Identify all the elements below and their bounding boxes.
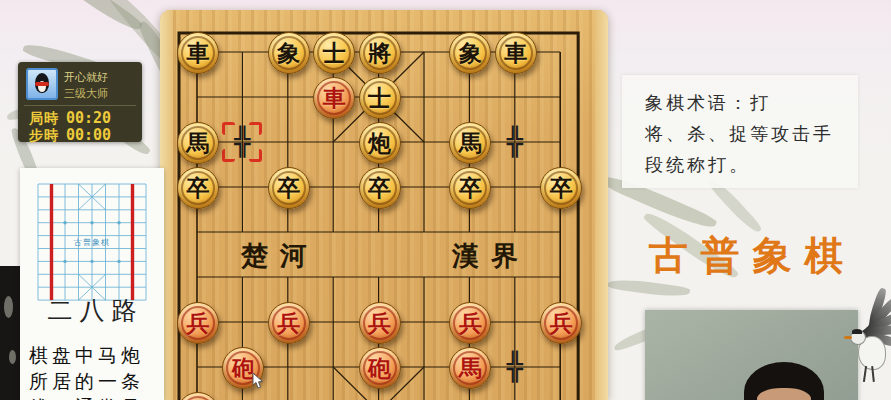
piece-black-卒[interactable]: 卒 bbox=[449, 167, 491, 209]
piece-black-車[interactable]: 車 bbox=[177, 32, 219, 74]
piece-red-兵[interactable]: 兵 bbox=[449, 302, 491, 344]
piece-black-卒[interactable]: 卒 bbox=[177, 167, 219, 209]
brand-title: 古普象棋 bbox=[630, 229, 862, 283]
piece-black-卒[interactable]: 卒 bbox=[268, 167, 310, 209]
piece-red-車[interactable]: 車 bbox=[313, 77, 355, 119]
mini-board-caption: 古普象棋 bbox=[73, 238, 110, 247]
lesson-body-line: 所居的一条 bbox=[29, 369, 159, 395]
piece-black-卒[interactable]: 卒 bbox=[359, 167, 401, 209]
piece-red-馬[interactable]: 馬 bbox=[449, 347, 491, 389]
piece-red-砲[interactable]: 砲 bbox=[359, 347, 401, 389]
terminology-line: 将、杀、捉等攻击手 bbox=[645, 119, 858, 150]
lesson-body-line: 棋盘中马炮 bbox=[29, 343, 159, 369]
piece-black-炮[interactable]: 炮 bbox=[359, 122, 401, 164]
lesson-card: 古普象棋 二八路 棋盘中马炮 所居的一条 线，通常是 bbox=[20, 168, 164, 400]
penguin-scarf bbox=[35, 82, 49, 86]
bird-painting bbox=[842, 252, 891, 400]
star-point-marker: ╬ bbox=[500, 127, 530, 157]
game-timer-label: 局時 bbox=[29, 110, 59, 126]
game-screen: 楚河 漢界 ╬╬╬車象士將象車車士馬炮馬卒卒卒卒卒兵兵兵兵兵砲砲馬 开心就好 三… bbox=[0, 0, 891, 400]
lesson-body: 棋盘中马炮 所居的一条 线，通常是 bbox=[29, 343, 159, 400]
last-move-marker bbox=[222, 122, 262, 162]
piece-black-象[interactable]: 象 bbox=[449, 32, 491, 74]
game-timer-value: 00:20 bbox=[66, 109, 111, 127]
bird-head-cap bbox=[852, 329, 862, 334]
piece-black-馬[interactable]: 馬 bbox=[449, 122, 491, 164]
presenter-forehead bbox=[757, 388, 811, 400]
move-timer: 步時00:00 bbox=[29, 126, 111, 145]
lesson-heading: 二八路 bbox=[20, 294, 164, 327]
mouse-cursor-icon bbox=[250, 372, 266, 390]
player-panel: 开心就好 三级大师 局時00:20 步時00:00 bbox=[18, 62, 142, 142]
piece-red-兵[interactable]: 兵 bbox=[359, 302, 401, 344]
player-rank: 三级大师 bbox=[64, 86, 108, 101]
panel-divider bbox=[24, 105, 136, 106]
piece-black-象[interactable]: 象 bbox=[268, 32, 310, 74]
bird-leg bbox=[863, 366, 867, 382]
river-label-hanjie: 漢界 bbox=[452, 238, 530, 274]
player-name: 开心就好 bbox=[64, 70, 108, 85]
piece-black-車[interactable]: 車 bbox=[495, 32, 537, 74]
piece-black-馬[interactable]: 馬 bbox=[177, 122, 219, 164]
piece-black-卒[interactable]: 卒 bbox=[540, 167, 582, 209]
terminology-line: 段统称打。 bbox=[645, 150, 858, 181]
terminology-card: 象棋术语：打 将、杀、捉等攻击手 段统称打。 bbox=[622, 75, 858, 188]
webcam-video bbox=[645, 310, 858, 400]
piece-black-士[interactable]: 士 bbox=[313, 32, 355, 74]
bird-beak bbox=[844, 336, 852, 339]
terminology-line: 象棋术语：打 bbox=[645, 88, 858, 119]
piece-red-兵[interactable]: 兵 bbox=[177, 302, 219, 344]
star-point-marker: ╬ bbox=[500, 352, 530, 382]
mini-board-diagram: 古普象棋 bbox=[35, 181, 149, 303]
move-timer-label: 步時 bbox=[29, 127, 59, 143]
piece-red-hidden[interactable] bbox=[177, 392, 219, 400]
piece-red-兵[interactable]: 兵 bbox=[268, 302, 310, 344]
piece-black-士[interactable]: 士 bbox=[359, 77, 401, 119]
qq-penguin-avatar[interactable] bbox=[26, 68, 58, 100]
piece-red-兵[interactable]: 兵 bbox=[540, 302, 582, 344]
river-label-chuhe: 楚河 bbox=[241, 238, 319, 274]
piece-black-將[interactable]: 將 bbox=[359, 32, 401, 74]
move-timer-value: 00:00 bbox=[66, 126, 111, 144]
lesson-body-line: 线，通常是 bbox=[29, 395, 159, 400]
